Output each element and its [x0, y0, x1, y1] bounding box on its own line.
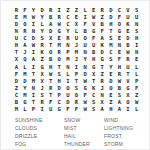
grid-cell: Q: [21, 57, 30, 64]
grid-cell: L: [132, 71, 141, 78]
grid-cell: R: [98, 78, 107, 85]
grid-cell: P: [29, 106, 38, 113]
grid-cell: I: [124, 106, 133, 113]
word-list-item: THUNDER: [64, 142, 104, 147]
grid-cell: M: [64, 57, 73, 64]
grid-cell: F: [64, 106, 73, 113]
grid-cell: X: [38, 71, 47, 78]
grid-cell: R: [124, 57, 133, 64]
grid-cell: S: [107, 57, 116, 64]
grid-cell: T: [72, 78, 81, 85]
grid-cell: L: [64, 71, 73, 78]
grid-cell: T: [29, 71, 38, 78]
word-list-item: LIGHTNING: [104, 126, 133, 131]
grid-cell: I: [38, 106, 47, 113]
word-list-item: SUNSHINE: [15, 118, 64, 123]
grid-cell: W: [81, 78, 90, 85]
grid-cell: D: [107, 78, 116, 85]
word-search-puzzle: RFYDRIZZLERDCVSEMWYBRCEIWZDFUUDOILAWCXFV…: [0, 0, 150, 150]
word-list: SUNSHINECLOUDSDRIZZLEFOGSNOWMISTHAILTHUN…: [15, 116, 133, 149]
grid-cell: P: [132, 78, 141, 85]
grid-cell: H: [115, 64, 124, 71]
grid-cell: G: [89, 64, 98, 71]
grid-cell: N: [64, 64, 73, 71]
grid-cell: B: [46, 57, 55, 64]
letter-grid: RFYDRIZZLERDCVSEMWYBRCEIWZDFUUDOILAWCXFV…: [12, 7, 141, 113]
grid-cell: F: [72, 106, 81, 113]
grid-cell: I: [29, 64, 38, 71]
grid-cell: I: [64, 78, 73, 85]
grid-cell: A: [29, 57, 38, 64]
grid-cell: T: [124, 71, 133, 78]
grid-cell: A: [115, 106, 124, 113]
grid-cell: L: [21, 64, 30, 71]
grid-cell: T: [46, 78, 55, 85]
grid-cell: G: [38, 64, 47, 71]
grid-cell: I: [72, 64, 81, 71]
grid-cell: L: [21, 106, 30, 113]
grid-cell: T: [98, 64, 107, 71]
grid-cell: Z: [98, 71, 107, 78]
grid-cell: N: [81, 64, 90, 71]
grid-cell: M: [21, 71, 30, 78]
grid-cell: H: [46, 64, 55, 71]
grid-cell: E: [132, 57, 141, 64]
grid-cell: W: [81, 106, 90, 113]
grid-cell: H: [89, 57, 98, 64]
grid-cell: O: [55, 57, 64, 64]
grid-cell: Z: [38, 57, 47, 64]
grid-cell: U: [124, 64, 133, 71]
grid-cell: X: [38, 78, 47, 85]
word-list-item: HAIL: [64, 134, 104, 139]
grid-cell: L: [132, 106, 141, 113]
grid-cell: A: [12, 64, 21, 71]
grid-cell: F: [12, 71, 21, 78]
grid-cell: P: [72, 71, 81, 78]
word-list-item: STORM: [104, 142, 133, 147]
grid-cell: A: [98, 106, 107, 113]
grid-cell: R: [115, 71, 124, 78]
grid-cell: Y: [107, 64, 116, 71]
grid-cell: J: [72, 57, 81, 64]
grid-cell: G: [98, 57, 107, 64]
grid-cell: F: [115, 57, 124, 64]
word-list-item: FOG: [15, 142, 64, 147]
grid-cell: S: [89, 106, 98, 113]
word-list-item: DRIZZLE: [15, 134, 64, 139]
word-list-item: FROST: [104, 134, 133, 139]
grid-cell: Y: [81, 57, 90, 64]
grid-cell: G: [55, 106, 64, 113]
word-list-item: MIST: [64, 126, 104, 131]
grid-cell: V: [124, 78, 133, 85]
grid-cell: W: [46, 71, 55, 78]
grid-cell: X: [12, 57, 21, 64]
grid-cell: S: [55, 71, 64, 78]
grid-cell: T: [55, 64, 64, 71]
grid-cell: U: [46, 106, 55, 113]
grid-cell: T: [89, 78, 98, 85]
grid-cell: E: [107, 71, 116, 78]
grid-cell: M: [29, 78, 38, 85]
grid-cell: L: [132, 64, 141, 71]
grid-cell: H: [55, 78, 64, 85]
word-list-item: CLOUDS: [15, 126, 64, 131]
grid-cell: H: [107, 106, 116, 113]
grid-cell: D: [12, 78, 21, 85]
word-list-item: WIND: [104, 118, 133, 123]
grid-cell: D: [21, 78, 30, 85]
grid-cell: W: [115, 78, 124, 85]
grid-cell: D: [81, 71, 90, 78]
grid-cell: X: [89, 71, 98, 78]
word-list-item: SNOW: [64, 118, 104, 123]
grid-cell: M: [12, 106, 21, 113]
